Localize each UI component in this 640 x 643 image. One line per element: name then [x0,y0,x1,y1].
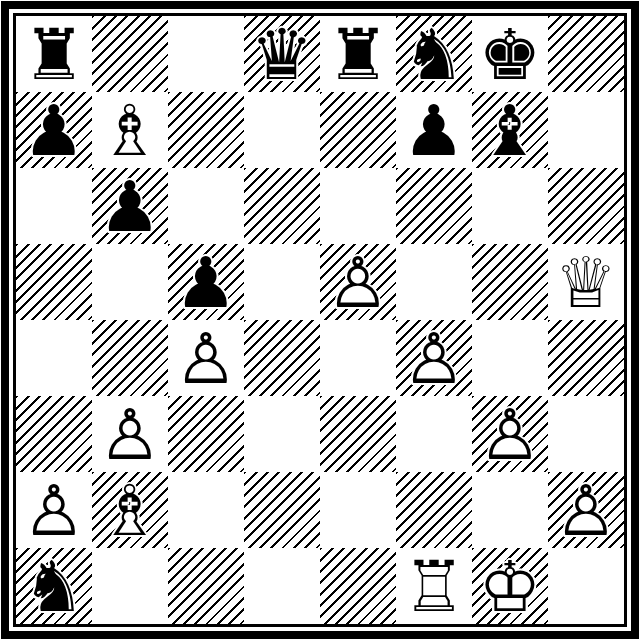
piece-glyph: ♙ [320,244,396,320]
piece-glyph: ♚ [472,16,548,92]
square-c6[interactable] [168,168,244,244]
square-g1[interactable]: ♚♔ [472,548,548,624]
black-king-g8: ♚♚ [472,16,548,92]
square-e7[interactable] [320,92,396,168]
black-queen-d8: ♛♛ [244,16,320,92]
square-d2[interactable] [244,472,320,548]
square-f8[interactable]: ♞♞ [396,16,472,92]
white-pawn-e5: ♟♙ [320,244,396,320]
square-c1[interactable] [168,548,244,624]
white-bishop-b7: ♝♗ [92,92,168,168]
square-g7[interactable]: ♝♝ [472,92,548,168]
square-c7[interactable] [168,92,244,168]
board-frame: ♜♜♛♛♜♜♞♞♚♚♟♟♝♗♟♟♝♝♟♟♟♟♟♙♛♕♟♙♟♙♟♙♟♙♟♙♝♗♟♙… [1,1,639,639]
square-g2[interactable] [472,472,548,548]
square-f1[interactable]: ♜♖ [396,548,472,624]
piece-glyph: ♟ [16,92,92,168]
square-h8[interactable] [548,16,624,92]
square-b6[interactable]: ♟♟ [92,168,168,244]
square-f3[interactable] [396,396,472,472]
square-h7[interactable] [548,92,624,168]
white-pawn-b3: ♟♙ [92,396,168,472]
black-knight-f8: ♞♞ [396,16,472,92]
square-h2[interactable]: ♟♙ [548,472,624,548]
square-a7[interactable]: ♟♟ [16,92,92,168]
black-pawn-f7: ♟♟ [396,92,472,168]
piece-glyph: ♟ [92,168,168,244]
square-a2[interactable]: ♟♙ [16,472,92,548]
piece-glyph: ♔ [472,548,548,624]
square-b2[interactable]: ♝♗ [92,472,168,548]
piece-glyph: ♙ [92,396,168,472]
square-d8[interactable]: ♛♛ [244,16,320,92]
square-a4[interactable] [16,320,92,396]
square-d4[interactable] [244,320,320,396]
square-b1[interactable] [92,548,168,624]
square-a6[interactable] [16,168,92,244]
piece-glyph: ♙ [548,472,624,548]
square-d1[interactable] [244,548,320,624]
white-rook-f1: ♜♖ [396,548,472,624]
black-pawn-a7: ♟♟ [16,92,92,168]
square-g6[interactable] [472,168,548,244]
piece-glyph: ♛ [244,16,320,92]
black-bishop-g7: ♝♝ [472,92,548,168]
white-king-g1: ♚♔ [472,548,548,624]
square-g5[interactable] [472,244,548,320]
square-b3[interactable]: ♟♙ [92,396,168,472]
square-h6[interactable] [548,168,624,244]
piece-glyph: ♗ [92,92,168,168]
white-bishop-b2: ♝♗ [92,472,168,548]
white-pawn-a2: ♟♙ [16,472,92,548]
chess-board: ♜♜♛♛♜♜♞♞♚♚♟♟♝♗♟♟♝♝♟♟♟♟♟♙♛♕♟♙♟♙♟♙♟♙♟♙♝♗♟♙… [16,16,624,624]
square-c8[interactable] [168,16,244,92]
piece-glyph: ♞ [16,548,92,624]
square-g8[interactable]: ♚♚ [472,16,548,92]
square-e1[interactable] [320,548,396,624]
square-f2[interactable] [396,472,472,548]
piece-glyph: ♞ [396,16,472,92]
square-a1[interactable]: ♞♞ [16,548,92,624]
square-e5[interactable]: ♟♙ [320,244,396,320]
black-pawn-c5: ♟♟ [168,244,244,320]
square-d7[interactable] [244,92,320,168]
square-g3[interactable]: ♟♙ [472,396,548,472]
piece-glyph: ♖ [396,548,472,624]
piece-glyph: ♝ [472,92,548,168]
square-d6[interactable] [244,168,320,244]
piece-glyph: ♙ [472,396,548,472]
square-h4[interactable] [548,320,624,396]
black-knight-a1: ♞♞ [16,548,92,624]
square-a5[interactable] [16,244,92,320]
piece-glyph: ♕ [548,244,624,320]
piece-glyph: ♟ [168,244,244,320]
black-rook-a8: ♜♜ [16,16,92,92]
white-queen-h5: ♛♕ [548,244,624,320]
square-c3[interactable] [168,396,244,472]
square-b8[interactable] [92,16,168,92]
black-rook-e8: ♜♜ [320,16,396,92]
square-c4[interactable]: ♟♙ [168,320,244,396]
piece-glyph: ♜ [16,16,92,92]
piece-glyph: ♙ [16,472,92,548]
square-e6[interactable] [320,168,396,244]
piece-glyph: ♙ [396,320,472,396]
square-f7[interactable]: ♟♟ [396,92,472,168]
square-g4[interactable] [472,320,548,396]
square-b7[interactable]: ♝♗ [92,92,168,168]
piece-glyph: ♟ [396,92,472,168]
square-e4[interactable] [320,320,396,396]
square-h3[interactable] [548,396,624,472]
white-pawn-c4: ♟♙ [168,320,244,396]
white-pawn-g3: ♟♙ [472,396,548,472]
square-f4[interactable]: ♟♙ [396,320,472,396]
white-pawn-h2: ♟♙ [548,472,624,548]
square-d3[interactable] [244,396,320,472]
square-a8[interactable]: ♜♜ [16,16,92,92]
square-b4[interactable] [92,320,168,396]
piece-glyph: ♗ [92,472,168,548]
square-a3[interactable] [16,396,92,472]
square-c5[interactable]: ♟♟ [168,244,244,320]
square-h1[interactable] [548,548,624,624]
square-e8[interactable]: ♜♜ [320,16,396,92]
square-d5[interactable] [244,244,320,320]
square-f5[interactable] [396,244,472,320]
square-e3[interactable] [320,396,396,472]
square-h5[interactable]: ♛♕ [548,244,624,320]
piece-glyph: ♜ [320,16,396,92]
piece-glyph: ♙ [168,320,244,396]
square-b5[interactable] [92,244,168,320]
square-c2[interactable] [168,472,244,548]
square-e2[interactable] [320,472,396,548]
square-f6[interactable] [396,168,472,244]
board-inner-frame: ♜♜♛♛♜♜♞♞♚♚♟♟♝♗♟♟♝♝♟♟♟♟♟♙♛♕♟♙♟♙♟♙♟♙♟♙♝♗♟♙… [13,13,627,627]
white-pawn-f4: ♟♙ [396,320,472,396]
black-pawn-b6: ♟♟ [92,168,168,244]
